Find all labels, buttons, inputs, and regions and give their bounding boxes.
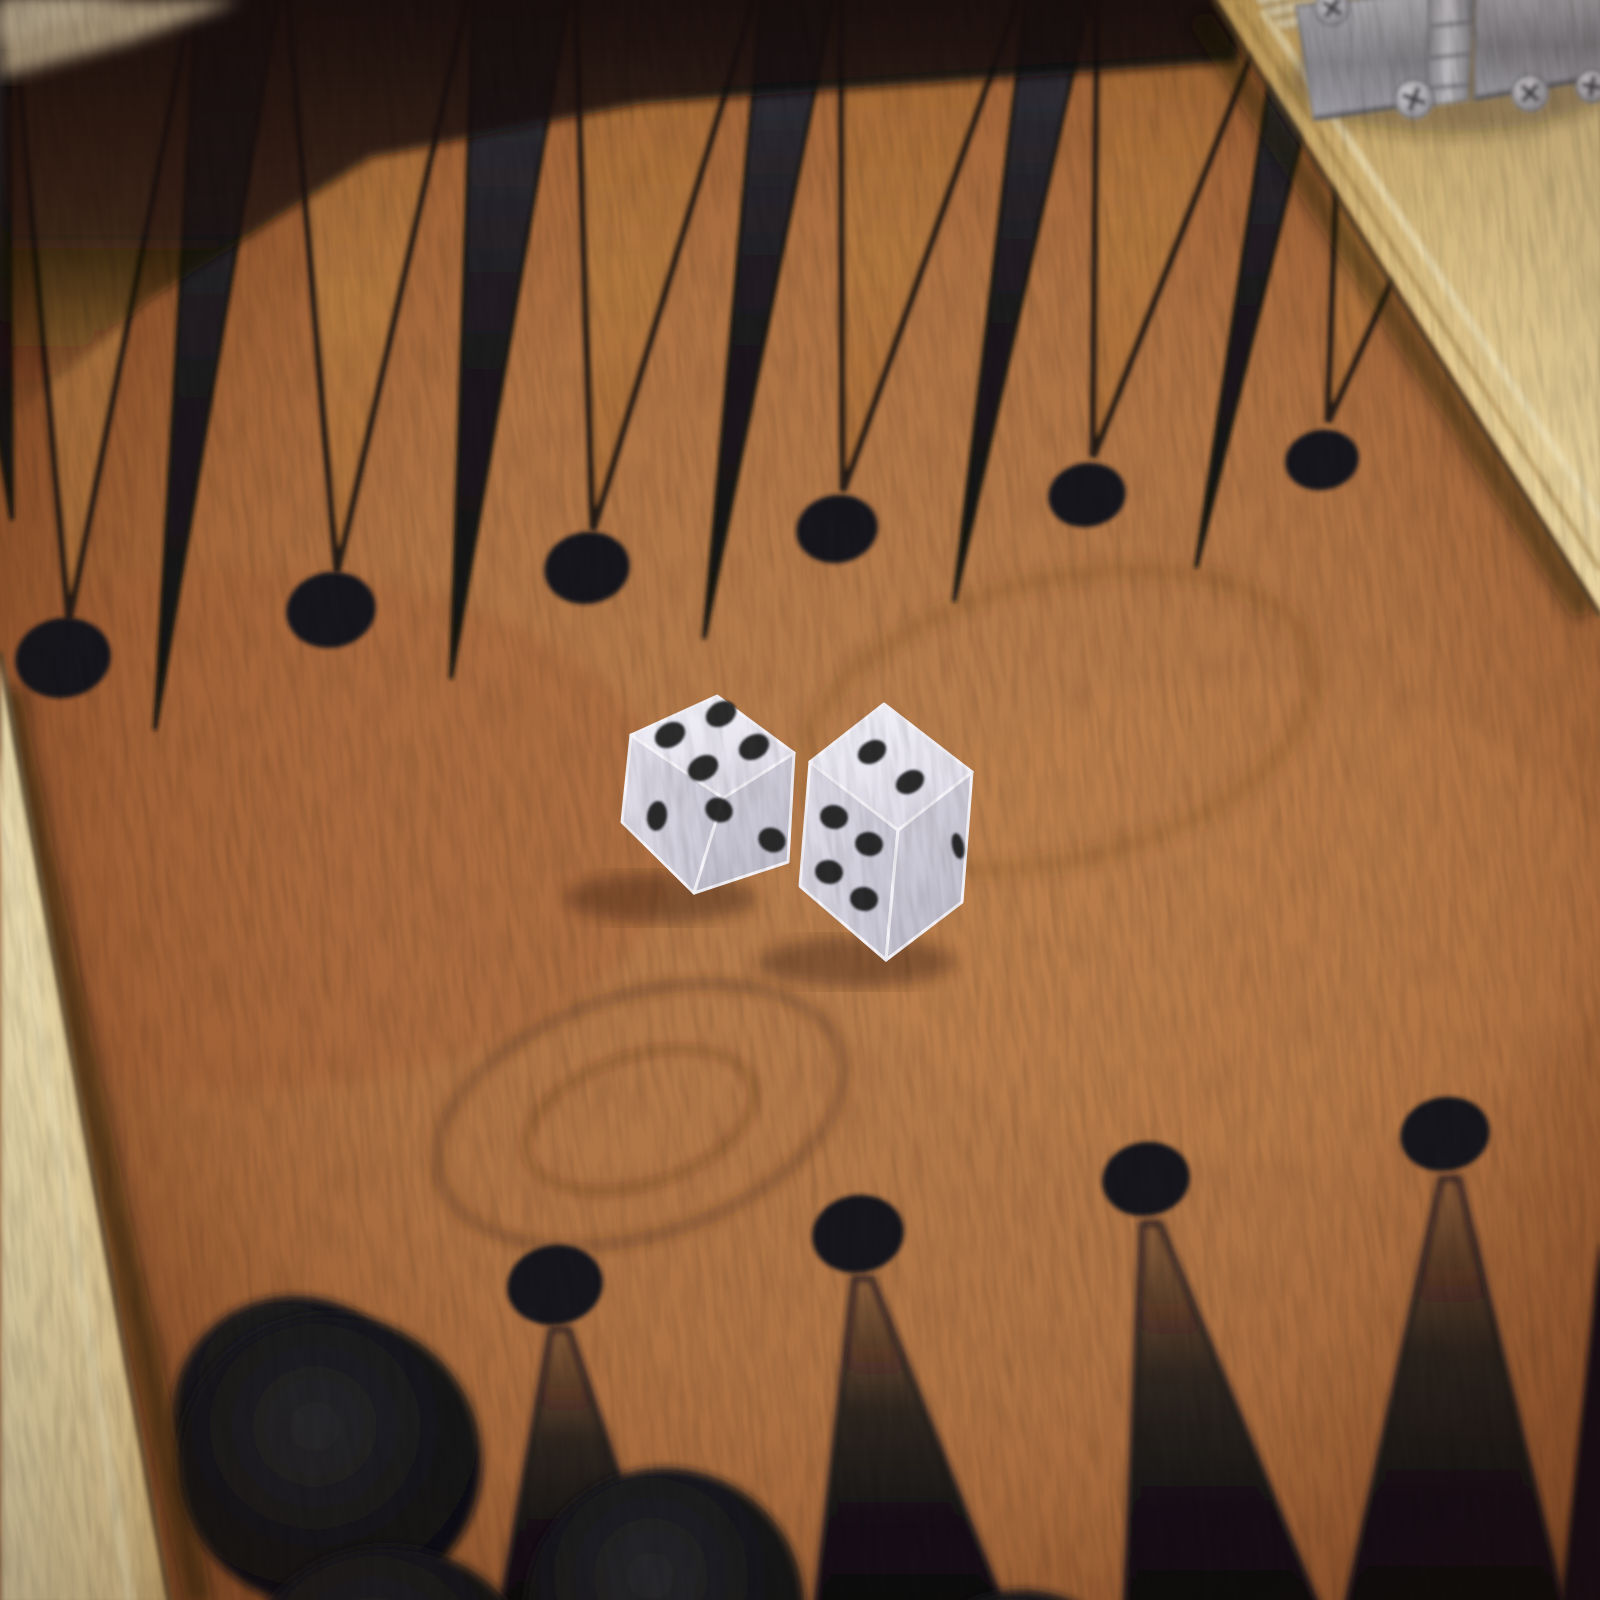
scene bbox=[0, 0, 1600, 1600]
vignette bbox=[0, 0, 1600, 1600]
backgammon-board-photo bbox=[0, 0, 1600, 1600]
